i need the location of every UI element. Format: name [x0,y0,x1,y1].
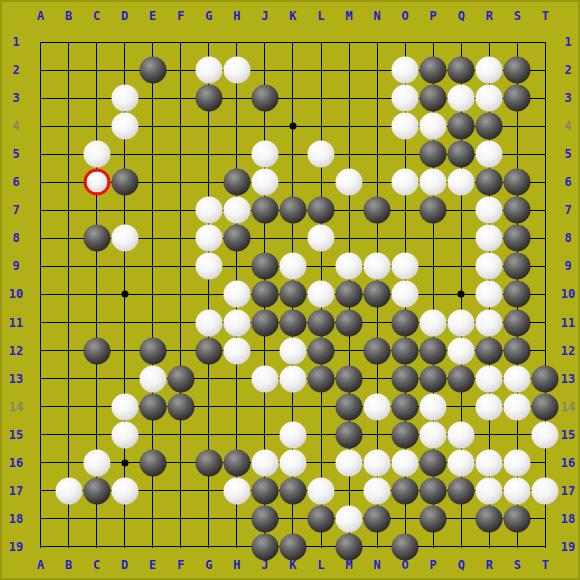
row-label-right: 15 [561,428,575,442]
stone-white-J5[interactable] [251,141,278,168]
stone-black-O19[interactable] [392,533,419,560]
stone-white-K9[interactable] [279,253,306,280]
stone-white-G11[interactable] [195,309,222,336]
stone-white-P11[interactable] [420,309,447,336]
stone-white-P14[interactable] [420,393,447,420]
stone-white-S14[interactable] [504,393,531,420]
stone-black-N7[interactable] [364,197,391,224]
stone-white-T15[interactable] [532,421,559,448]
row-label-left: 10 [9,287,23,301]
column-label-top: B [65,9,72,23]
stone-black-G16[interactable] [195,449,222,476]
row-label-right: 1 [564,35,571,49]
row-label-left: 7 [12,203,19,217]
stone-black-E12[interactable] [139,337,166,364]
stone-black-S18[interactable] [504,505,531,532]
stone-white-P15[interactable] [420,421,447,448]
star-point [121,459,128,466]
stone-black-S3[interactable] [504,85,531,112]
grid-line-vertical [40,42,41,548]
stone-black-S12[interactable] [504,337,531,364]
stone-black-J10[interactable] [251,281,278,308]
stone-black-M13[interactable] [336,365,363,392]
stone-white-C5[interactable] [83,141,110,168]
stone-white-H12[interactable] [223,337,250,364]
stone-black-C17[interactable] [83,477,110,504]
stone-white-R7[interactable] [476,197,503,224]
stone-white-N16[interactable] [364,449,391,476]
stone-black-S8[interactable] [504,225,531,252]
grid-line-horizontal [41,518,547,519]
row-label-right: 14 [561,400,575,414]
stone-black-M19[interactable] [336,533,363,560]
row-label-left: 1 [12,35,19,49]
column-label-top: D [121,9,128,23]
stone-white-O2[interactable] [392,57,419,84]
stone-white-J16[interactable] [251,449,278,476]
stone-black-H6[interactable] [223,169,250,196]
stone-black-G3[interactable] [195,85,222,112]
stone-white-G9[interactable] [195,253,222,280]
stone-white-K16[interactable] [279,449,306,476]
stone-black-S10[interactable] [504,281,531,308]
stone-black-K17[interactable] [279,477,306,504]
column-label-top: O [402,9,409,23]
row-label-right: 18 [561,512,575,526]
column-label-bottom: E [149,558,156,572]
stone-black-R4[interactable] [476,113,503,140]
stone-black-K7[interactable] [279,197,306,224]
star-point [289,123,296,130]
stone-black-R18[interactable] [476,505,503,532]
star-point [458,291,465,298]
column-label-top: L [317,9,324,23]
row-label-right: 6 [564,175,571,189]
stone-black-L11[interactable] [308,309,335,336]
row-label-left: 8 [12,231,19,245]
stone-black-F13[interactable] [167,365,194,392]
stone-black-Q5[interactable] [448,141,475,168]
stone-black-Q4[interactable] [448,113,475,140]
stone-black-N12[interactable] [364,337,391,364]
stone-white-L5[interactable] [308,141,335,168]
stone-white-H11[interactable] [223,309,250,336]
stone-white-R17[interactable] [476,477,503,504]
stone-white-N9[interactable] [364,253,391,280]
row-label-left: 14 [9,400,23,414]
stone-black-S11[interactable] [504,309,531,336]
stone-black-T14[interactable] [532,393,559,420]
stone-black-T13[interactable] [532,365,559,392]
column-label-top: N [373,9,380,23]
column-label-bottom: H [233,558,240,572]
stone-white-Q11[interactable] [448,309,475,336]
stone-black-Q2[interactable] [448,57,475,84]
row-label-right: 13 [561,372,575,386]
stone-white-D17[interactable] [111,477,138,504]
stone-black-P17[interactable] [420,477,447,504]
stone-black-P3[interactable] [420,85,447,112]
column-label-top: Q [458,9,465,23]
row-label-left: 2 [12,63,19,77]
stone-black-O17[interactable] [392,477,419,504]
stone-white-C16[interactable] [83,449,110,476]
stone-white-J13[interactable] [251,365,278,392]
stone-white-M18[interactable] [336,505,363,532]
row-label-right: 17 [561,484,575,498]
column-label-bottom: T [542,558,549,572]
grid-line-vertical [545,42,546,548]
stone-black-C12[interactable] [83,337,110,364]
stone-white-K12[interactable] [279,337,306,364]
stone-white-T17[interactable] [532,477,559,504]
grid-line-horizontal [41,42,547,43]
stone-black-O14[interactable] [392,393,419,420]
column-label-top: T [542,9,549,23]
stone-black-P5[interactable] [420,141,447,168]
column-label-top: K [289,9,296,23]
go-board[interactable]: AABBCCDDEEFFGGHHJJKKLLMMNNOOPPQQRRSSTT11… [0,0,580,580]
row-label-right: 2 [564,63,571,77]
row-label-right: 9 [564,259,571,273]
stone-white-H17[interactable] [223,477,250,504]
stone-black-O15[interactable] [392,421,419,448]
stone-black-O13[interactable] [392,365,419,392]
row-label-left: 4 [12,119,19,133]
star-point [121,291,128,298]
column-label-top: S [514,9,521,23]
stone-black-P13[interactable] [420,365,447,392]
stone-white-O3[interactable] [392,85,419,112]
column-label-bottom: G [205,558,212,572]
stone-black-K19[interactable] [279,533,306,560]
stone-white-Q12[interactable] [448,337,475,364]
stone-white-S17[interactable] [504,477,531,504]
column-label-top: C [93,9,100,23]
grid-line-vertical [68,42,69,548]
stone-white-L17[interactable] [308,477,335,504]
stone-black-E2[interactable] [139,57,166,84]
row-label-left: 13 [9,372,23,386]
stone-black-J17[interactable] [251,477,278,504]
stone-black-Q17[interactable] [448,477,475,504]
stone-black-D6[interactable] [111,169,138,196]
stone-white-O10[interactable] [392,281,419,308]
stone-white-S16[interactable] [504,449,531,476]
stone-black-P12[interactable] [420,337,447,364]
row-label-right: 7 [564,203,571,217]
stone-black-L7[interactable] [308,197,335,224]
column-label-bottom: R [486,558,493,572]
stone-black-S6[interactable] [504,169,531,196]
stone-white-D4[interactable] [111,113,138,140]
row-label-right: 10 [561,287,575,301]
column-label-bottom: N [373,558,380,572]
stone-white-D8[interactable] [111,225,138,252]
stone-white-E13[interactable] [139,365,166,392]
stone-black-S9[interactable] [504,253,531,280]
stone-white-K15[interactable] [279,421,306,448]
row-label-right: 4 [564,119,571,133]
stone-white-L10[interactable] [308,281,335,308]
row-label-right: 11 [561,316,575,330]
stone-white-Q16[interactable] [448,449,475,476]
column-label-bottom: F [177,558,184,572]
stone-black-K11[interactable] [279,309,306,336]
column-label-bottom: L [317,558,324,572]
column-label-bottom: A [37,558,44,572]
stone-black-J9[interactable] [251,253,278,280]
stone-white-R8[interactable] [476,225,503,252]
column-label-bottom: D [121,558,128,572]
stone-white-D14[interactable] [111,393,138,420]
stone-white-O4[interactable] [392,113,419,140]
stone-black-P7[interactable] [420,197,447,224]
row-label-left: 17 [9,484,23,498]
stone-white-M16[interactable] [336,449,363,476]
row-label-right: 16 [561,456,575,470]
stone-white-R14[interactable] [476,393,503,420]
stone-white-R3[interactable] [476,85,503,112]
stone-white-H2[interactable] [223,57,250,84]
stone-black-R12[interactable] [476,337,503,364]
stone-white-M9[interactable] [336,253,363,280]
column-label-top: J [261,9,268,23]
row-label-left: 15 [9,428,23,442]
stone-white-Q15[interactable] [448,421,475,448]
column-label-top: H [233,9,240,23]
stone-black-J3[interactable] [251,85,278,112]
row-label-left: 9 [12,259,19,273]
stone-black-N18[interactable] [364,505,391,532]
stone-white-H7[interactable] [223,197,250,224]
row-label-left: 6 [12,175,19,189]
stone-white-Q3[interactable] [448,85,475,112]
stone-black-L18[interactable] [308,505,335,532]
stone-black-J11[interactable] [251,309,278,336]
column-label-top: M [345,9,352,23]
stone-black-E14[interactable] [139,393,166,420]
stone-white-B17[interactable] [55,477,82,504]
stone-white-M6[interactable] [336,169,363,196]
row-label-left: 11 [9,316,23,330]
stone-black-P16[interactable] [420,449,447,476]
column-label-bottom: S [514,558,521,572]
stone-white-H10[interactable] [223,281,250,308]
stone-black-P18[interactable] [420,505,447,532]
stone-white-G2[interactable] [195,57,222,84]
stone-black-O11[interactable] [392,309,419,336]
stone-black-M15[interactable] [336,421,363,448]
stone-black-J18[interactable] [251,505,278,532]
column-label-top: A [37,9,44,23]
row-label-right: 3 [564,91,571,105]
stone-black-M10[interactable] [336,281,363,308]
stone-black-F14[interactable] [167,393,194,420]
stone-white-R9[interactable] [476,253,503,280]
stone-white-R10[interactable] [476,281,503,308]
stone-black-Q13[interactable] [448,365,475,392]
stone-black-H16[interactable] [223,449,250,476]
row-label-left: 18 [9,512,23,526]
column-label-bottom: B [65,558,72,572]
stone-white-R11[interactable] [476,309,503,336]
stone-white-N17[interactable] [364,477,391,504]
row-label-left: 3 [12,91,19,105]
column-label-top: P [430,9,437,23]
stone-white-O16[interactable] [392,449,419,476]
stone-white-D3[interactable] [111,85,138,112]
stone-black-P2[interactable] [420,57,447,84]
stone-black-J7[interactable] [251,197,278,224]
stone-white-C6-last-move[interactable] [83,169,110,196]
row-label-left: 12 [9,344,23,358]
stone-black-C8[interactable] [83,225,110,252]
stone-black-J19[interactable] [251,533,278,560]
column-label-bottom: P [430,558,437,572]
stone-white-R13[interactable] [476,365,503,392]
stone-white-R2[interactable] [476,57,503,84]
row-label-left: 16 [9,456,23,470]
row-label-right: 5 [564,147,571,161]
stone-white-J6[interactable] [251,169,278,196]
stone-black-N10[interactable] [364,281,391,308]
stone-black-L12[interactable] [308,337,335,364]
stone-white-N14[interactable] [364,393,391,420]
stone-white-O9[interactable] [392,253,419,280]
stone-white-P6[interactable] [420,169,447,196]
row-label-right: 12 [561,344,575,358]
stone-white-D15[interactable] [111,421,138,448]
row-label-right: 8 [564,231,571,245]
column-label-bottom: C [93,558,100,572]
stone-black-M11[interactable] [336,309,363,336]
stone-white-P4[interactable] [420,113,447,140]
stone-white-Q6[interactable] [448,169,475,196]
stone-black-O12[interactable] [392,337,419,364]
stone-white-R16[interactable] [476,449,503,476]
stone-white-O6[interactable] [392,169,419,196]
row-label-right: 19 [561,540,575,554]
column-label-top: F [177,9,184,23]
stone-white-L8[interactable] [308,225,335,252]
stone-white-G8[interactable] [195,225,222,252]
stone-black-G12[interactable] [195,337,222,364]
stone-black-E16[interactable] [139,449,166,476]
row-label-left: 5 [12,147,19,161]
column-label-top: R [486,9,493,23]
stone-black-M14[interactable] [336,393,363,420]
stone-black-R6[interactable] [476,169,503,196]
stone-white-K13[interactable] [279,365,306,392]
column-label-bottom: Q [458,558,465,572]
stone-white-S13[interactable] [504,365,531,392]
stone-black-H8[interactable] [223,225,250,252]
stone-white-G7[interactable] [195,197,222,224]
stone-black-L13[interactable] [308,365,335,392]
row-label-left: 19 [9,540,23,554]
column-label-top: E [149,9,156,23]
stone-black-K10[interactable] [279,281,306,308]
grid-line-vertical [180,42,181,548]
column-label-top: G [205,9,212,23]
stone-black-S2[interactable] [504,57,531,84]
stone-black-S7[interactable] [504,197,531,224]
stone-white-R5[interactable] [476,141,503,168]
